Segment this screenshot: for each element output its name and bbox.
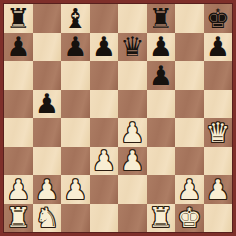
square-c8[interactable]: ♝ <box>61 4 90 33</box>
piece-black-pawn[interactable]: ♟ <box>149 33 173 60</box>
square-h3[interactable] <box>204 147 233 176</box>
piece-white-pawn[interactable]: ♟ <box>120 119 144 146</box>
square-a8[interactable]: ♜ <box>4 4 33 33</box>
square-c2[interactable]: ♟ <box>61 175 90 204</box>
chess-board: ♜♝♜♚♟♟♟♛♟♟♟♟♟♛♟♟♟♟♟♟♟♜♞♜♚ <box>4 4 232 232</box>
piece-white-pawn[interactable]: ♟ <box>92 147 116 174</box>
piece-white-pawn[interactable]: ♟ <box>206 176 230 203</box>
square-h7[interactable]: ♟ <box>204 33 233 62</box>
square-f1[interactable]: ♜ <box>147 204 176 233</box>
square-e6[interactable] <box>118 61 147 90</box>
square-d1[interactable] <box>90 204 119 233</box>
square-e2[interactable] <box>118 175 147 204</box>
piece-black-bishop[interactable]: ♝ <box>63 5 87 32</box>
square-b2[interactable]: ♟ <box>33 175 62 204</box>
board-frame: ♜♝♜♚♟♟♟♛♟♟♟♟♟♛♟♟♟♟♟♟♟♜♞♜♚ <box>0 0 236 236</box>
square-f8[interactable]: ♜ <box>147 4 176 33</box>
piece-black-pawn[interactable]: ♟ <box>149 62 173 89</box>
square-c7[interactable]: ♟ <box>61 33 90 62</box>
square-f7[interactable]: ♟ <box>147 33 176 62</box>
piece-black-rook[interactable]: ♜ <box>149 5 173 32</box>
square-d2[interactable] <box>90 175 119 204</box>
piece-white-queen[interactable]: ♛ <box>206 119 230 146</box>
square-d4[interactable] <box>90 118 119 147</box>
piece-white-knight[interactable]: ♞ <box>35 204 59 231</box>
piece-white-pawn[interactable]: ♟ <box>177 176 201 203</box>
square-b8[interactable] <box>33 4 62 33</box>
piece-white-rook[interactable]: ♜ <box>149 204 173 231</box>
square-d8[interactable] <box>90 4 119 33</box>
square-b6[interactable] <box>33 61 62 90</box>
piece-black-pawn[interactable]: ♟ <box>92 33 116 60</box>
square-e1[interactable] <box>118 204 147 233</box>
square-c4[interactable] <box>61 118 90 147</box>
square-a3[interactable] <box>4 147 33 176</box>
piece-white-pawn[interactable]: ♟ <box>63 176 87 203</box>
square-a1[interactable]: ♜ <box>4 204 33 233</box>
square-e5[interactable] <box>118 90 147 119</box>
square-a5[interactable] <box>4 90 33 119</box>
square-g3[interactable] <box>175 147 204 176</box>
piece-white-rook[interactable]: ♜ <box>6 204 30 231</box>
square-f4[interactable] <box>147 118 176 147</box>
square-f6[interactable]: ♟ <box>147 61 176 90</box>
square-d6[interactable] <box>90 61 119 90</box>
piece-black-pawn[interactable]: ♟ <box>63 33 87 60</box>
piece-white-pawn[interactable]: ♟ <box>120 147 144 174</box>
square-b7[interactable] <box>33 33 62 62</box>
square-e8[interactable] <box>118 4 147 33</box>
square-d3[interactable]: ♟ <box>90 147 119 176</box>
square-f5[interactable] <box>147 90 176 119</box>
square-g7[interactable] <box>175 33 204 62</box>
piece-black-pawn[interactable]: ♟ <box>6 33 30 60</box>
square-b3[interactable] <box>33 147 62 176</box>
square-a4[interactable] <box>4 118 33 147</box>
square-c6[interactable] <box>61 61 90 90</box>
square-b5[interactable]: ♟ <box>33 90 62 119</box>
square-g2[interactable]: ♟ <box>175 175 204 204</box>
square-g4[interactable] <box>175 118 204 147</box>
square-g6[interactable] <box>175 61 204 90</box>
square-d7[interactable]: ♟ <box>90 33 119 62</box>
square-c3[interactable] <box>61 147 90 176</box>
square-h5[interactable] <box>204 90 233 119</box>
square-h4[interactable]: ♛ <box>204 118 233 147</box>
square-e4[interactable]: ♟ <box>118 118 147 147</box>
square-f3[interactable] <box>147 147 176 176</box>
square-c5[interactable] <box>61 90 90 119</box>
piece-black-pawn[interactable]: ♟ <box>206 33 230 60</box>
square-h6[interactable] <box>204 61 233 90</box>
square-b4[interactable] <box>33 118 62 147</box>
square-e3[interactable]: ♟ <box>118 147 147 176</box>
square-e7[interactable]: ♛ <box>118 33 147 62</box>
piece-black-pawn[interactable]: ♟ <box>35 90 59 117</box>
square-h2[interactable]: ♟ <box>204 175 233 204</box>
square-g1[interactable]: ♚ <box>175 204 204 233</box>
square-h8[interactable]: ♚ <box>204 4 233 33</box>
piece-black-rook[interactable]: ♜ <box>6 5 30 32</box>
square-g5[interactable] <box>175 90 204 119</box>
square-a6[interactable] <box>4 61 33 90</box>
square-h1[interactable] <box>204 204 233 233</box>
square-a2[interactable]: ♟ <box>4 175 33 204</box>
piece-white-pawn[interactable]: ♟ <box>35 176 59 203</box>
square-f2[interactable] <box>147 175 176 204</box>
square-g8[interactable] <box>175 4 204 33</box>
piece-black-king[interactable]: ♚ <box>206 5 230 32</box>
square-c1[interactable] <box>61 204 90 233</box>
square-b1[interactable]: ♞ <box>33 204 62 233</box>
square-a7[interactable]: ♟ <box>4 33 33 62</box>
piece-white-king[interactable]: ♚ <box>177 204 201 231</box>
piece-white-pawn[interactable]: ♟ <box>6 176 30 203</box>
square-d5[interactable] <box>90 90 119 119</box>
piece-black-queen[interactable]: ♛ <box>120 33 144 60</box>
